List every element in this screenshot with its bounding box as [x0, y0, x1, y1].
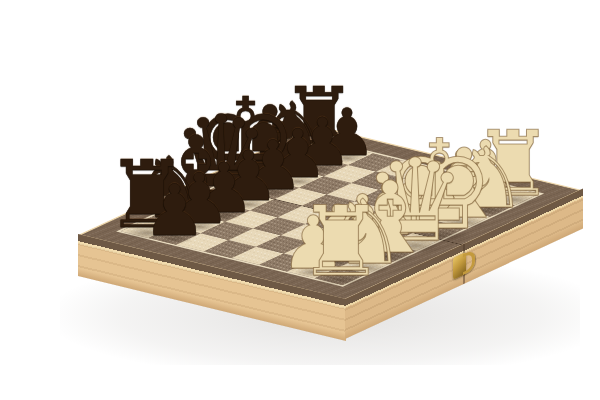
pieces-layer: ♜♟♞♟♝♟♚♟♟♛♜♟♟♝♞♟♟♞♝♟♟♜♚♟♟♛♟♝♟♞♟♜ — [0, 0, 600, 400]
product-photo-stage: ♜♟♞♟♝♟♚♟♟♛♜♟♟♝♞♟♟♞♝♟♟♜♚♟♟♛♟♝♟♞♟♜ — [0, 0, 600, 400]
piece-white-rook: ♜ — [298, 193, 385, 290]
piece-black-pawn: ♟ — [143, 175, 207, 246]
